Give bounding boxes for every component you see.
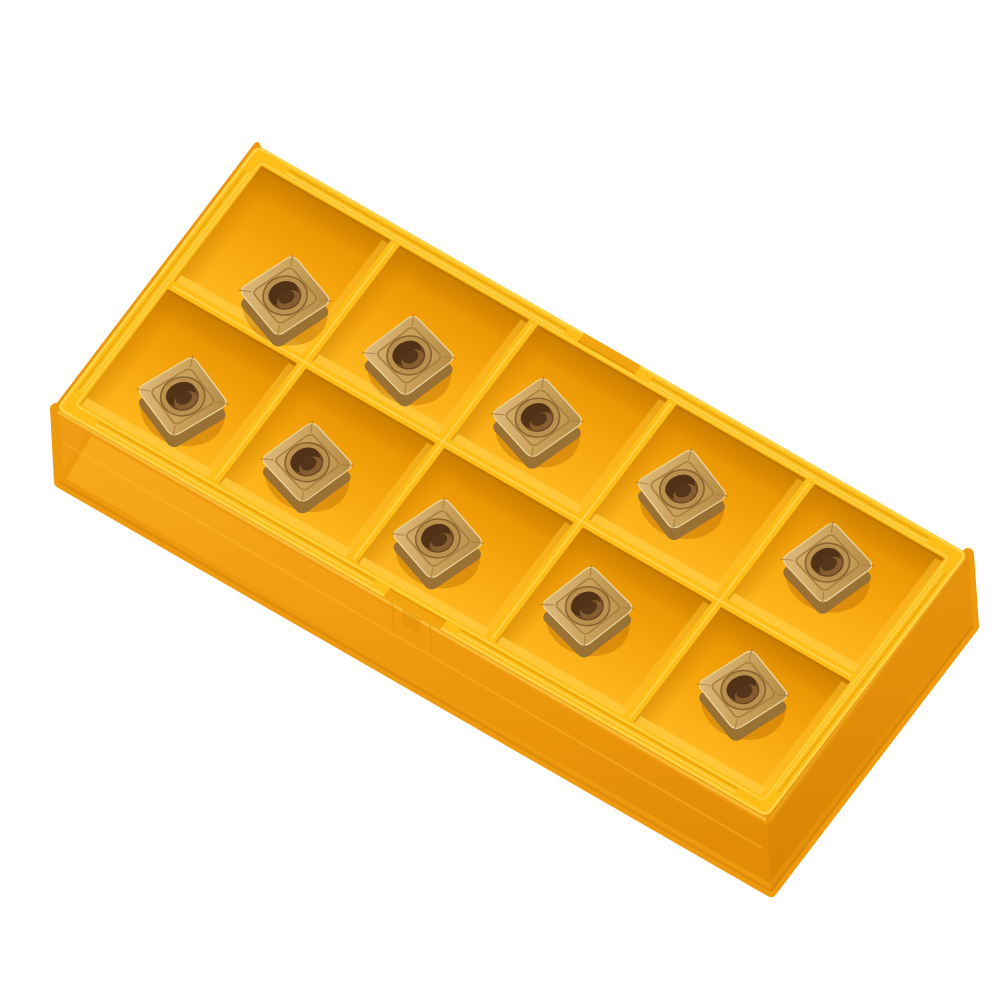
product-photo (0, 0, 1001, 1001)
storage-box (56, 145, 973, 891)
insert-box-illustration (0, 0, 1001, 1001)
